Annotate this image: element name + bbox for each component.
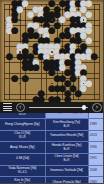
stone-black: ● [7,54,12,59]
game-row[interactable]: Yoda Norimoto [9d]W+4.5Imamura Yoshiaki … [0,166,103,178]
black-player-name: Cheon PungJo [8p] [46,181,88,184]
game-row[interactable]: Ji Mi [5d]Chen Linxin [5d]B+R1991 [0,154,103,166]
game-row[interactable]: Cho U [9d]W+RYamashiro Hiroshi [9d]2013 [0,131,103,143]
game-date: 1990 [89,146,97,150]
white-player-cell: Cho U [9d]W+R [0,131,46,142]
white-player-cell: Hong ChongHyeon [6p] [0,119,46,130]
game-date: 2013 [89,134,97,138]
game-result: W+R [19,136,26,140]
chevron-right-icon: › [96,103,99,112]
white-player-name: Hong ChongHyeon [6p] [0,123,45,127]
stone-black: ● [33,65,38,70]
move-slider[interactable] [29,103,89,112]
games-list: Cho HunHyeon [9p]W+RChang SuYeong [9d]19… [0,108,103,183]
game-result: W+R [19,113,26,117]
go-board[interactable]: ●●●●●●●●●●●●●●●●●●●●●●●●●●●●●●●●●●●●●●●●… [0,0,103,102]
next-move-button[interactable]: › [92,103,101,112]
stone-black: ● [91,54,96,59]
black-player-cell: Honda Kunihisa [9p]B+R [46,142,89,153]
game-date: 1991 [89,157,97,161]
white-player-cell: Ji Mi [5d] [0,154,46,165]
black-player-name: Imamura Yoshiaki [9d] [46,169,88,173]
game-date: 1989 [89,123,97,127]
game-date: 1969 [89,181,97,183]
stone-black: ● [76,91,81,96]
game-result: W+4.5 [18,171,27,175]
game-date-cell: 1989 [89,119,104,130]
game-date-cell: 1990 [89,142,104,153]
game-row[interactable]: Hong ChongHyeon [6p]Kim HeuiJung [7p]B+R… [0,119,103,131]
game-row[interactable]: Awaji Shuzo [9p]Honda Kunihisa [9p]B+R19… [0,142,103,154]
stone-black: ● [23,76,28,81]
white-player-cell: Yoda Norimoto [9d]W+4.5 [0,166,46,177]
game-result: B+R [63,125,69,129]
white-player-cell: Kim In [9p]W+1 [0,177,46,183]
star-point [19,19,21,21]
game-result: B+R [63,148,69,152]
black-player-cell: Cheon PungJo [8p] [46,177,89,183]
stone-black: ● [12,76,17,81]
game-date-cell: 2008 [89,166,104,177]
app-screen: ●●●●●●●●●●●●●●●●●●●●●●●●●●●●●●●●●●●●●●●●… [0,0,103,183]
white-player-name: Ji Mi [5d] [0,157,45,161]
game-date: 2008 [89,169,97,173]
star-point [51,19,53,21]
black-player-cell: Kim HeuiJung [7p]B+R [46,119,89,130]
toolbar: ‹ › [0,102,103,114]
white-player-name: Awaji Shuzo [9p] [0,146,45,150]
black-player-name: Yamashiro Hiroshi [9d] [46,134,88,138]
game-row[interactable]: Kim In [9p]W+1Cheon PungJo [8p]1969 [0,177,103,183]
previous-move-button[interactable]: ‹ [16,103,25,112]
slider-track[interactable] [29,107,89,108]
black-player-cell: Yamashiro Hiroshi [9d] [46,131,89,142]
white-player-cell: Awaji Shuzo [9p] [0,142,46,153]
star-point [19,51,21,53]
hamburger-icon [3,103,12,104]
game-date-cell: 1969 [89,177,104,183]
slider-knob[interactable] [82,105,87,110]
game-date-cell: 1991 [89,154,104,165]
star-point [51,51,53,53]
stone-black: ● [12,28,17,33]
black-player-cell: Imamura Yoshiaki [9d] [46,166,89,177]
menu-button[interactable] [3,103,12,111]
game-date-cell: 2013 [89,131,104,142]
black-player-cell: Chen Linxin [5d]B+R [46,154,89,165]
chevron-left-icon: ‹ [19,103,22,112]
game-result: B+R [63,159,69,163]
